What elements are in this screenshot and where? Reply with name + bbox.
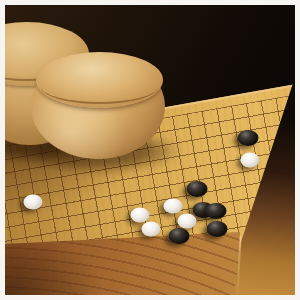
stone-white-k3 (142, 222, 161, 237)
stone-white-l4 (164, 199, 183, 214)
stone-white-j4 (131, 208, 150, 223)
stone-black-q9 (238, 130, 259, 146)
stone-black-o3 (206, 203, 227, 219)
stone-white-m3 (178, 214, 197, 229)
stone-black-o2 (207, 221, 228, 237)
stone-white-c6 (24, 195, 43, 210)
front-bowl-lid-groove (41, 69, 158, 104)
stone-black-l2 (169, 228, 190, 244)
stone-white-q7 (241, 153, 260, 168)
scene (5, 5, 295, 295)
go-board-photo (0, 0, 300, 300)
front-go-bowl-lid (36, 52, 163, 108)
stone-black-n5 (187, 181, 208, 197)
